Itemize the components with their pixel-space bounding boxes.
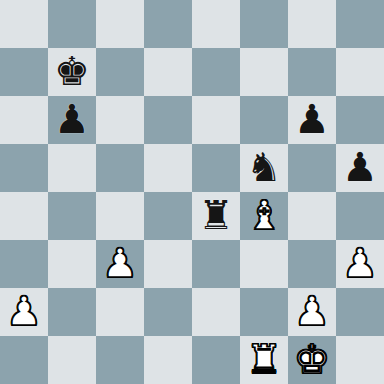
square-e4[interactable]: ♜: [192, 192, 240, 240]
piece-black-rook[interactable]: ♜: [198, 191, 234, 239]
square-g5[interactable]: [288, 144, 336, 192]
square-b1[interactable]: [48, 336, 96, 384]
square-e6[interactable]: [192, 96, 240, 144]
square-f7[interactable]: [240, 48, 288, 96]
square-g6[interactable]: ♟: [288, 96, 336, 144]
square-h8[interactable]: [336, 0, 384, 48]
square-c6[interactable]: [96, 96, 144, 144]
square-b3[interactable]: [48, 240, 96, 288]
square-e8[interactable]: [192, 0, 240, 48]
square-c1[interactable]: [96, 336, 144, 384]
square-d5[interactable]: [144, 144, 192, 192]
square-h5[interactable]: ♟: [336, 144, 384, 192]
square-b8[interactable]: [48, 0, 96, 48]
square-g1[interactable]: ♚: [288, 336, 336, 384]
piece-white-king[interactable]: ♚: [294, 335, 330, 383]
square-b6[interactable]: ♟: [48, 96, 96, 144]
square-f2[interactable]: [240, 288, 288, 336]
square-f1[interactable]: ♜: [240, 336, 288, 384]
square-g2[interactable]: ♟: [288, 288, 336, 336]
piece-black-pawn[interactable]: ♟: [294, 95, 330, 143]
square-c3[interactable]: ♟: [96, 240, 144, 288]
square-f3[interactable]: [240, 240, 288, 288]
square-c7[interactable]: [96, 48, 144, 96]
piece-white-pawn[interactable]: ♟: [6, 287, 42, 335]
square-f4[interactable]: ♝: [240, 192, 288, 240]
square-f8[interactable]: [240, 0, 288, 48]
chess-board: ♚♟♟♞♟♜♝♟♟♟♟♜♚: [0, 0, 384, 384]
square-c4[interactable]: [96, 192, 144, 240]
square-h3[interactable]: ♟: [336, 240, 384, 288]
square-a2[interactable]: ♟: [0, 288, 48, 336]
square-a8[interactable]: [0, 0, 48, 48]
square-b5[interactable]: [48, 144, 96, 192]
square-e5[interactable]: [192, 144, 240, 192]
piece-black-pawn[interactable]: ♟: [342, 143, 378, 191]
square-e1[interactable]: [192, 336, 240, 384]
square-a6[interactable]: [0, 96, 48, 144]
square-b2[interactable]: [48, 288, 96, 336]
square-a3[interactable]: [0, 240, 48, 288]
square-c8[interactable]: [96, 0, 144, 48]
square-g8[interactable]: [288, 0, 336, 48]
square-a5[interactable]: [0, 144, 48, 192]
square-d3[interactable]: [144, 240, 192, 288]
square-g4[interactable]: [288, 192, 336, 240]
square-h7[interactable]: [336, 48, 384, 96]
piece-white-rook[interactable]: ♜: [246, 335, 282, 383]
square-g3[interactable]: [288, 240, 336, 288]
piece-white-pawn[interactable]: ♟: [294, 287, 330, 335]
square-b4[interactable]: [48, 192, 96, 240]
square-a4[interactable]: [0, 192, 48, 240]
square-c2[interactable]: [96, 288, 144, 336]
square-h1[interactable]: [336, 336, 384, 384]
piece-white-pawn[interactable]: ♟: [102, 239, 138, 287]
piece-black-pawn[interactable]: ♟: [54, 95, 90, 143]
square-d1[interactable]: [144, 336, 192, 384]
square-c5[interactable]: [96, 144, 144, 192]
square-f5[interactable]: ♞: [240, 144, 288, 192]
square-h4[interactable]: [336, 192, 384, 240]
square-e7[interactable]: [192, 48, 240, 96]
square-h2[interactable]: [336, 288, 384, 336]
square-d4[interactable]: [144, 192, 192, 240]
square-e3[interactable]: [192, 240, 240, 288]
piece-white-pawn[interactable]: ♟: [342, 239, 378, 287]
square-d2[interactable]: [144, 288, 192, 336]
square-f6[interactable]: [240, 96, 288, 144]
square-a7[interactable]: [0, 48, 48, 96]
square-a1[interactable]: [0, 336, 48, 384]
piece-white-bishop[interactable]: ♝: [246, 191, 282, 239]
square-d6[interactable]: [144, 96, 192, 144]
square-e2[interactable]: [192, 288, 240, 336]
square-b7[interactable]: ♚: [48, 48, 96, 96]
square-d8[interactable]: [144, 0, 192, 48]
square-h6[interactable]: [336, 96, 384, 144]
piece-black-king[interactable]: ♚: [54, 47, 90, 95]
square-g7[interactable]: [288, 48, 336, 96]
square-d7[interactable]: [144, 48, 192, 96]
piece-black-knight[interactable]: ♞: [246, 143, 282, 191]
